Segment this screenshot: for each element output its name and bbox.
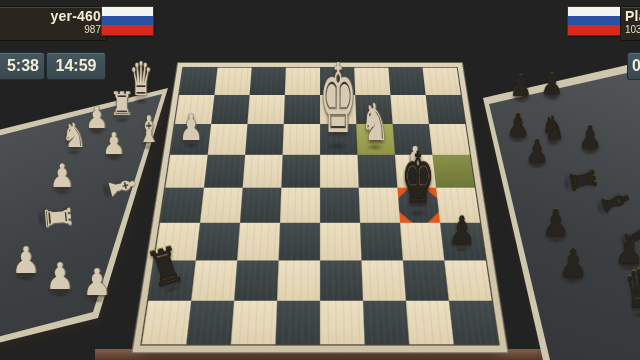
white-king-e6[interactable]: ♚ [319,52,357,147]
black-king-g4[interactable]: ♚ [402,143,435,214]
chess-game-scene: ♛♜♟♝♞♟♟♝♜♟♟♟ ♟♟♟♞♟♟♜♝♟♝♟♟♛ ♟♚♞♟♚♜♟ yer-4… [0,0,640,360]
white-knight-f6[interactable]: ♞ [361,97,390,148]
black-pawn-h3[interactable]: ♟ [448,212,475,250]
board-pieces: ♟♚♞♟♚♜♟ [0,0,640,360]
black-rook-a2[interactable]: ♜ [142,239,188,295]
white-pawn-a6[interactable]: ♟ [179,110,203,146]
